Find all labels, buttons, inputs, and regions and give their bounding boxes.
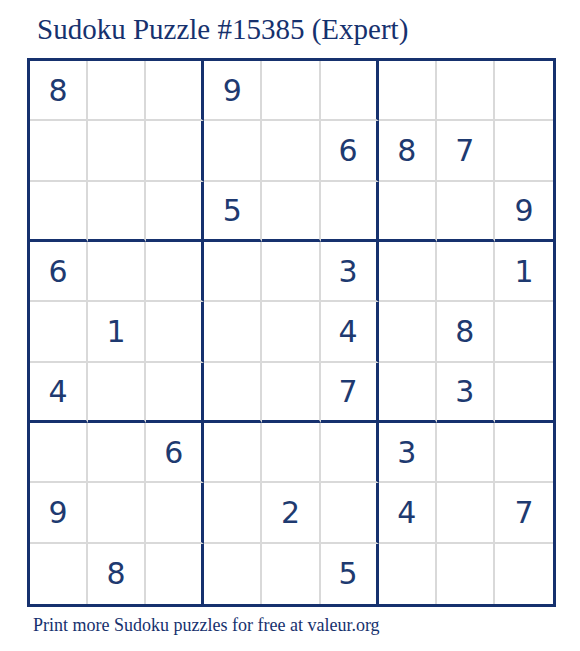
- cell-r3c2: [88, 182, 146, 242]
- cell-r3c7: [379, 182, 437, 242]
- cell-r1c3: [146, 61, 204, 121]
- cell-r7c2: [88, 423, 146, 483]
- cell-r9c3: [146, 544, 204, 604]
- cell-r1c2: [88, 61, 146, 121]
- cell-r3c3: [146, 182, 204, 242]
- cell-r2c3: [146, 121, 204, 181]
- cell-r2c8: 7: [437, 121, 495, 181]
- cell-r5c4: [204, 302, 262, 362]
- cell-r9c7: [379, 544, 437, 604]
- cell-r9c1: [30, 544, 88, 604]
- cell-r7c8: [437, 423, 495, 483]
- cell-r4c4: [204, 242, 262, 302]
- cell-r8c5: 2: [262, 483, 320, 543]
- cell-r7c3: 6: [146, 423, 204, 483]
- cell-r4c8: [437, 242, 495, 302]
- cell-r2c4: [204, 121, 262, 181]
- cell-r8c4: [204, 483, 262, 543]
- cell-r5c7: [379, 302, 437, 362]
- footer-note: Print more Sudoku puzzles for free at va…: [33, 615, 380, 636]
- cell-r8c9: 7: [495, 483, 553, 543]
- cell-r2c1: [30, 121, 88, 181]
- cell-r1c8: [437, 61, 495, 121]
- cell-r1c5: [262, 61, 320, 121]
- cell-r3c6: [321, 182, 379, 242]
- cell-r7c7: 3: [379, 423, 437, 483]
- cell-r7c6: [321, 423, 379, 483]
- cell-r4c2: [88, 242, 146, 302]
- cell-r9c5: [262, 544, 320, 604]
- cell-r7c9: [495, 423, 553, 483]
- cell-r9c8: [437, 544, 495, 604]
- cell-r8c1: 9: [30, 483, 88, 543]
- cell-r3c1: [30, 182, 88, 242]
- cell-r5c1: [30, 302, 88, 362]
- page-title: Sudoku Puzzle #15385 (Expert): [37, 14, 408, 46]
- cell-r9c2: 8: [88, 544, 146, 604]
- cell-r2c9: [495, 121, 553, 181]
- cell-r8c6: [321, 483, 379, 543]
- cell-r5c5: [262, 302, 320, 362]
- cell-r5c8: 8: [437, 302, 495, 362]
- cell-r1c6: [321, 61, 379, 121]
- cell-r8c8: [437, 483, 495, 543]
- cell-r4c9: 1: [495, 242, 553, 302]
- cell-r1c7: [379, 61, 437, 121]
- cell-r6c4: [204, 363, 262, 423]
- cell-r8c7: 4: [379, 483, 437, 543]
- cell-r5c2: 1: [88, 302, 146, 362]
- cell-r4c1: 6: [30, 242, 88, 302]
- cell-r7c5: [262, 423, 320, 483]
- cell-r7c1: [30, 423, 88, 483]
- cell-r9c4: [204, 544, 262, 604]
- cell-r5c9: [495, 302, 553, 362]
- cell-r5c6: 4: [321, 302, 379, 362]
- cell-r1c1: 8: [30, 61, 88, 121]
- cell-r2c2: [88, 121, 146, 181]
- cell-r6c7: [379, 363, 437, 423]
- cell-r4c5: [262, 242, 320, 302]
- cell-r6c6: 7: [321, 363, 379, 423]
- cell-r3c4: 5: [204, 182, 262, 242]
- cell-r2c5: [262, 121, 320, 181]
- cell-r3c8: [437, 182, 495, 242]
- cell-r6c5: [262, 363, 320, 423]
- cell-r6c1: 4: [30, 363, 88, 423]
- cell-r1c4: 9: [204, 61, 262, 121]
- cell-r5c3: [146, 302, 204, 362]
- cell-r6c3: [146, 363, 204, 423]
- cell-r2c7: 8: [379, 121, 437, 181]
- cell-r1c9: [495, 61, 553, 121]
- cell-r8c2: [88, 483, 146, 543]
- cell-r3c9: 9: [495, 182, 553, 242]
- cell-r2c6: 6: [321, 121, 379, 181]
- cell-r4c3: [146, 242, 204, 302]
- cell-r6c2: [88, 363, 146, 423]
- cell-r7c4: [204, 423, 262, 483]
- cell-r8c3: [146, 483, 204, 543]
- cell-r9c6: 5: [321, 544, 379, 604]
- cell-r4c7: [379, 242, 437, 302]
- cell-r6c8: 3: [437, 363, 495, 423]
- cell-r6c9: [495, 363, 553, 423]
- sudoku-board: 896875963114847363924785: [27, 58, 556, 607]
- cell-r3c5: [262, 182, 320, 242]
- cell-r4c6: 3: [321, 242, 379, 302]
- cell-r9c9: [495, 544, 553, 604]
